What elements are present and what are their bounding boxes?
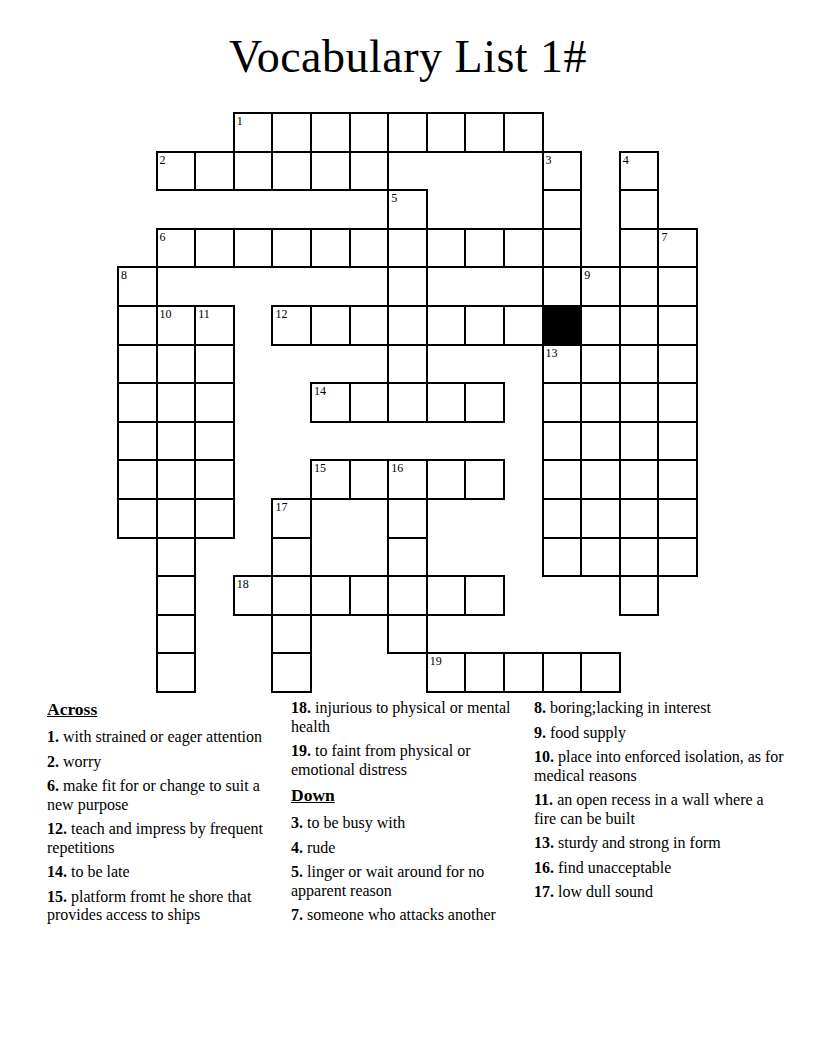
grid-cell[interactable] <box>349 575 390 616</box>
clue-number: 3. <box>291 814 303 831</box>
grid-cell[interactable] <box>657 266 698 307</box>
grid-cell[interactable] <box>580 459 621 500</box>
clue-number: 7. <box>291 906 303 923</box>
clue-item: 17. low dull sound <box>534 883 786 902</box>
clue-item: 3. to be busy with <box>291 814 519 833</box>
grid-cell[interactable] <box>657 344 698 385</box>
clue-number-label: 8 <box>121 269 127 281</box>
grid-cell[interactable] <box>542 537 583 578</box>
clue-number-label: 16 <box>391 462 403 474</box>
grid-cell[interactable] <box>194 344 235 385</box>
clue-number-label: 2 <box>160 154 166 166</box>
clue-number: 2. <box>47 753 59 770</box>
grid-cell[interactable] <box>387 537 428 578</box>
grid-cell[interactable] <box>464 228 505 269</box>
clue-number-label: 4 <box>623 154 629 166</box>
grid-cell[interactable] <box>156 459 197 500</box>
grid-cell[interactable] <box>271 151 312 192</box>
black-cell <box>542 305 583 346</box>
clue-item: 9. food supply <box>534 724 786 743</box>
clue-number-label: 11 <box>198 308 210 320</box>
grid-cell[interactable] <box>310 112 351 153</box>
grid-cell[interactable] <box>271 537 312 578</box>
clue-item: 13. sturdy and strong in form <box>534 834 786 853</box>
grid-cell[interactable] <box>542 189 583 230</box>
clue-number: 6. <box>47 777 59 794</box>
grid-cell[interactable] <box>117 305 158 346</box>
grid-cell[interactable] <box>349 305 390 346</box>
grid-cell[interactable] <box>580 305 621 346</box>
grid-cell[interactable] <box>271 652 312 693</box>
grid-cell[interactable] <box>619 498 660 539</box>
grid-cell[interactable] <box>233 151 274 192</box>
clue-item: 11. an open recess in a wall where a fir… <box>534 791 786 828</box>
clue-item: 16. find unacceptable <box>534 859 786 878</box>
grid-cell[interactable] <box>426 382 467 423</box>
clues-column-down: 8. boring;lacking in interest9. food sup… <box>534 699 786 908</box>
grid-cell[interactable] <box>619 228 660 269</box>
grid-cell[interactable] <box>619 266 660 307</box>
grid-cell[interactable] <box>619 382 660 423</box>
clue-number: 17. <box>534 883 554 900</box>
clue-number: 8. <box>534 699 546 716</box>
grid-cell[interactable] <box>580 382 621 423</box>
grid-cell[interactable] <box>426 459 467 500</box>
grid-cell[interactable] <box>310 151 351 192</box>
clue-number-label: 3 <box>546 154 552 166</box>
grid-cell[interactable] <box>426 575 467 616</box>
grid-cell[interactable] <box>349 228 390 269</box>
grid-cell[interactable] <box>426 228 467 269</box>
grid-cell[interactable] <box>117 421 158 462</box>
grid-cell[interactable] <box>194 228 235 269</box>
grid-cell[interactable] <box>619 537 660 578</box>
grid-cell[interactable] <box>194 382 235 423</box>
grid-cell[interactable] <box>619 189 660 230</box>
clue-item: 2. worry <box>47 753 279 772</box>
grid-cell[interactable] <box>657 382 698 423</box>
grid-cell[interactable] <box>156 652 197 693</box>
grid-cell[interactable] <box>194 498 235 539</box>
clue-item: 18. injurious to physical or mental heal… <box>291 699 519 736</box>
clue-number: 9. <box>534 724 546 741</box>
grid-cell[interactable] <box>387 112 428 153</box>
grid-cell[interactable] <box>387 266 428 307</box>
clue-number-label: 19 <box>430 655 442 667</box>
grid-cell[interactable] <box>542 652 583 693</box>
grid-cell[interactable] <box>542 459 583 500</box>
clue-number: 10. <box>534 748 554 765</box>
grid-cell[interactable] <box>349 151 390 192</box>
grid-cell[interactable] <box>387 498 428 539</box>
grid-cell[interactable] <box>156 537 197 578</box>
grid-cell[interactable] <box>117 344 158 385</box>
grid-cell[interactable] <box>233 228 274 269</box>
grid-cell[interactable] <box>464 652 505 693</box>
clue-item: 5. linger or wait around for no apparent… <box>291 863 519 900</box>
grid-cell[interactable] <box>580 421 621 462</box>
clue-item: 6. make fit for or change to suit a new … <box>47 777 279 814</box>
grid-cell[interactable] <box>387 305 428 346</box>
clue-number: 18. <box>291 699 311 716</box>
grid-cell[interactable] <box>156 382 197 423</box>
clue-number: 12. <box>47 820 67 837</box>
grid-cell[interactable] <box>464 575 505 616</box>
clue-number-label: 5 <box>391 192 397 204</box>
grid-cell[interactable] <box>426 305 467 346</box>
clues-down-header: Down <box>291 785 519 806</box>
grid-cell[interactable] <box>156 575 197 616</box>
clue-number: 4. <box>291 839 303 856</box>
grid-cell[interactable] <box>619 459 660 500</box>
grid-cell[interactable] <box>271 228 312 269</box>
clue-number: 13. <box>534 834 554 851</box>
clues-column-middle: 18. injurious to physical or mental heal… <box>291 699 519 931</box>
puzzle-title: Vocabulary List 1# <box>0 30 816 83</box>
clues-across-header: Across <box>47 699 279 720</box>
grid-cell[interactable] <box>156 421 197 462</box>
grid-cell[interactable] <box>657 459 698 500</box>
clue-item: 4. rude <box>291 839 519 858</box>
grid-cell[interactable] <box>271 575 312 616</box>
clue-number-label: 6 <box>160 231 166 243</box>
grid-cell[interactable] <box>156 614 197 655</box>
clue-number: 14. <box>47 863 67 880</box>
grid-cell[interactable] <box>194 151 235 192</box>
grid-cell[interactable] <box>349 459 390 500</box>
grid-cell[interactable] <box>619 344 660 385</box>
clue-item: 15. platform fromt he shore that provide… <box>47 888 279 925</box>
clue-item: 19. to faint from physical or emotional … <box>291 742 519 779</box>
clues-column-across: Across1. with strained or eager attentio… <box>47 699 279 931</box>
clue-item: 10. place into enforced isolation, as fo… <box>534 748 786 785</box>
clue-number: 19. <box>291 742 311 759</box>
grid-cell[interactable] <box>542 498 583 539</box>
grid-cell[interactable] <box>542 421 583 462</box>
clue-number-label: 13 <box>546 347 558 359</box>
grid-cell[interactable] <box>156 498 197 539</box>
grid-cell[interactable] <box>580 537 621 578</box>
clue-number-label: 18 <box>237 578 249 590</box>
grid-cell[interactable] <box>349 112 390 153</box>
clue-item: 8. boring;lacking in interest <box>534 699 786 718</box>
grid-cell[interactable] <box>503 652 544 693</box>
grid-cell[interactable] <box>310 305 351 346</box>
grid-cell[interactable] <box>117 498 158 539</box>
grid-cell[interactable] <box>426 112 467 153</box>
grid-cell[interactable] <box>542 228 583 269</box>
clue-number-label: 17 <box>275 501 287 513</box>
grid-cell[interactable] <box>387 344 428 385</box>
clue-item: 7. someone who attacks another <box>291 906 519 925</box>
grid-cell[interactable] <box>156 344 197 385</box>
grid-cell[interactable] <box>619 305 660 346</box>
grid-cell[interactable] <box>464 382 505 423</box>
clue-number: 15. <box>47 888 67 905</box>
grid-cell[interactable] <box>580 652 621 693</box>
grid-cell[interactable] <box>387 614 428 655</box>
grid-cell[interactable] <box>310 228 351 269</box>
grid-cell[interactable] <box>657 537 698 578</box>
grid-cell[interactable] <box>271 614 312 655</box>
grid-cell[interactable] <box>194 459 235 500</box>
grid-cell[interactable] <box>349 382 390 423</box>
grid-cell[interactable] <box>310 575 351 616</box>
clue-number: 11. <box>534 791 553 808</box>
grid-cell[interactable] <box>542 266 583 307</box>
clue-item: 12. teach and impress by frequent repeti… <box>47 820 279 857</box>
grid-cell[interactable] <box>387 575 428 616</box>
grid-cell[interactable] <box>580 344 621 385</box>
clue-number: 16. <box>534 859 554 876</box>
clue-number-label: 12 <box>275 308 287 320</box>
clue-item: 1. with strained or eager attention <box>47 728 279 747</box>
grid-cell[interactable] <box>117 459 158 500</box>
clue-number-label: 10 <box>160 308 172 320</box>
clue-item: 14. to be late <box>47 863 279 882</box>
grid-cell[interactable] <box>542 382 583 423</box>
clue-number-label: 7 <box>661 231 667 243</box>
clue-number-label: 15 <box>314 462 326 474</box>
crossword-grid: 12345678910111213141516171819 <box>117 112 699 694</box>
grid-cell[interactable] <box>580 498 621 539</box>
grid-cell[interactable] <box>464 305 505 346</box>
grid-cell[interactable] <box>657 305 698 346</box>
grid-cell[interactable] <box>503 228 544 269</box>
grid-cell[interactable] <box>271 112 312 153</box>
clue-number-label: 9 <box>584 269 590 281</box>
clue-number: 5. <box>291 863 303 880</box>
grid-cell[interactable] <box>619 421 660 462</box>
grid-cell[interactable] <box>464 459 505 500</box>
clue-number-label: 14 <box>314 385 326 397</box>
grid-cell[interactable] <box>657 498 698 539</box>
grid-cell[interactable] <box>503 112 544 153</box>
worksheet-page: Vocabulary List 1# 123456789101112131415… <box>0 0 816 1056</box>
grid-cell[interactable] <box>194 421 235 462</box>
clue-number: 1. <box>47 728 59 745</box>
clue-number-label: 1 <box>237 115 243 127</box>
grid-cell[interactable] <box>464 112 505 153</box>
grid-cell[interactable] <box>619 575 660 616</box>
grid-cell[interactable] <box>503 305 544 346</box>
grid-cell[interactable] <box>387 228 428 269</box>
grid-cell[interactable] <box>387 382 428 423</box>
grid-cell[interactable] <box>117 382 158 423</box>
grid-cell[interactable] <box>657 421 698 462</box>
